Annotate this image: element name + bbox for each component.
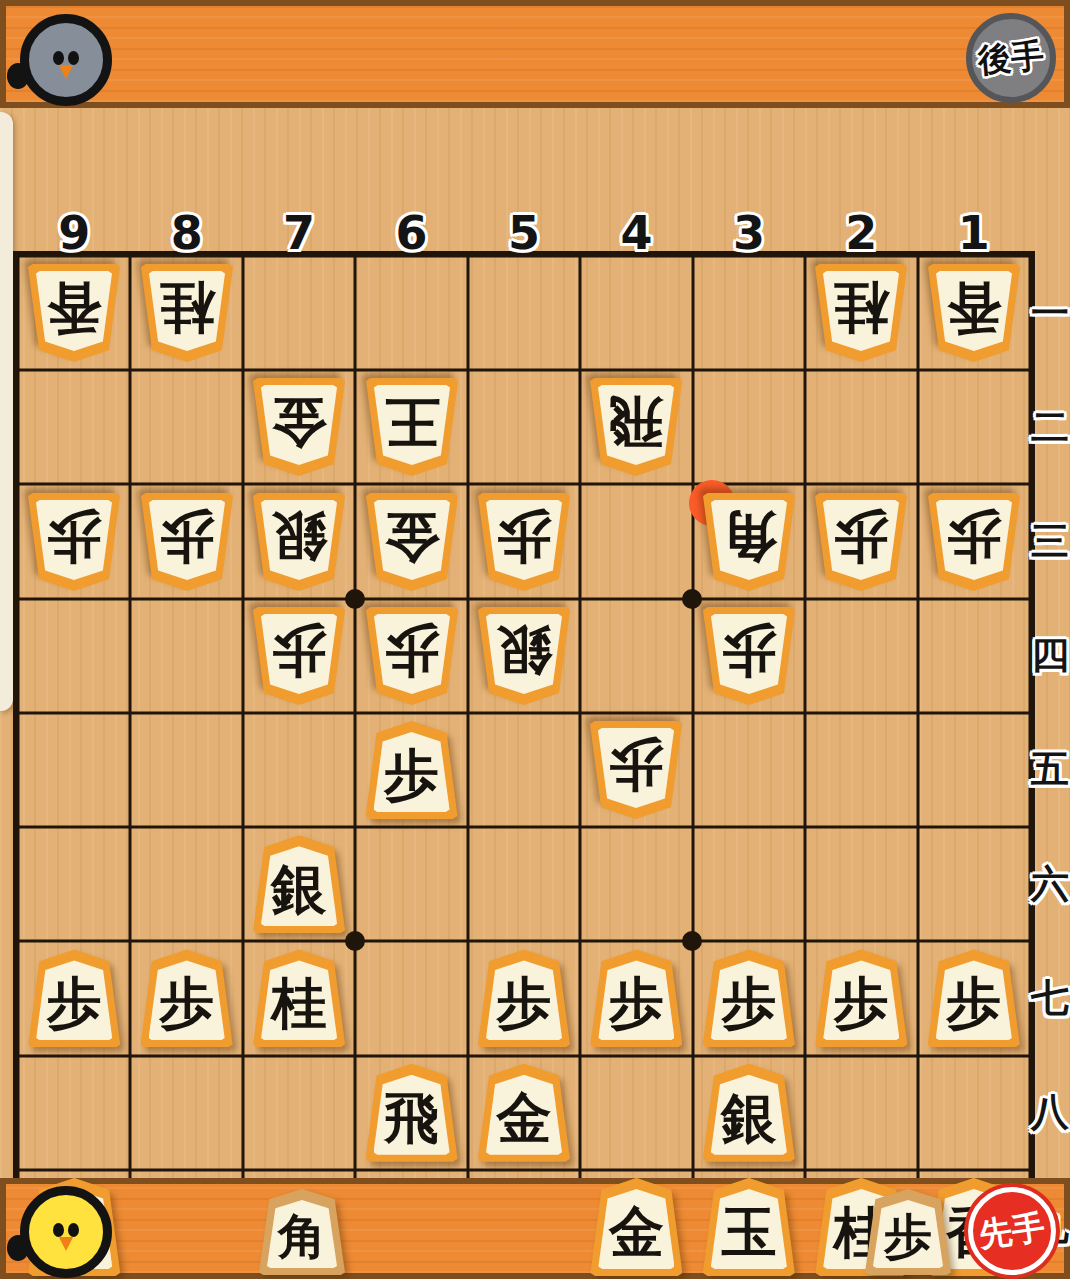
piece-kanji: 歩 [28, 487, 120, 585]
board-cell[interactable]: 金 [468, 1056, 580, 1170]
bird-eye-icon [68, 51, 79, 65]
piece-kanji: 歩 [865, 1194, 951, 1279]
piece-pawn-sente[interactable]: 歩 [590, 949, 682, 1047]
piece-kanji: 銀 [253, 487, 345, 585]
board-cell[interactable] [918, 713, 1030, 827]
piece-king-sente[interactable]: 玉 [703, 1178, 795, 1276]
board-cell[interactable]: 歩 [18, 484, 130, 598]
chick-tail [7, 1235, 29, 1261]
board-cell[interactable] [18, 713, 130, 827]
rank-label: 四 [1030, 599, 1070, 713]
file-label: 1 [918, 206, 1030, 260]
star-point [345, 589, 365, 609]
piece-kanji: 王 [366, 372, 458, 470]
board-cell[interactable] [130, 1056, 242, 1170]
star-point [682, 589, 702, 609]
piece-kanji: 歩 [703, 955, 795, 1053]
board-cell[interactable]: 桂 [243, 941, 355, 1055]
board-cell[interactable]: 歩 [918, 484, 1030, 598]
app-screen: 後手 987654321 一二三四五六七八九 香桂桂香金王飛歩歩銀金歩角歩歩歩歩… [0, 0, 1070, 1279]
board-cell[interactable] [468, 370, 580, 484]
board-cell[interactable]: 金 [355, 484, 467, 598]
board-cell[interactable] [580, 1056, 692, 1170]
board-cell[interactable]: 歩 [130, 484, 242, 598]
piece-rook-gote[interactable]: 飛 [590, 378, 682, 476]
piece-gold-sente[interactable]: 金 [590, 1178, 682, 1276]
board-cell[interactable] [693, 827, 805, 941]
piece-kanji: 飛 [590, 372, 682, 470]
board-cell[interactable]: 歩 [693, 599, 805, 713]
piece-pawn-sente[interactable]: 歩 [928, 949, 1020, 1047]
rank-labels: 一二三四五六七八九 [1030, 256, 1070, 1279]
piece-gold-gote[interactable]: 金 [366, 493, 458, 591]
board-cell[interactable] [18, 1056, 130, 1170]
board-cell[interactable]: 金 [580, 1170, 692, 1279]
piece-pawn-gote[interactable]: 歩 [253, 607, 345, 705]
piece-pawn-gote[interactable]: 歩 [928, 493, 1020, 591]
piece-lance-gote[interactable]: 香 [28, 264, 120, 362]
board-cell[interactable] [918, 599, 1030, 713]
board-cell[interactable] [580, 827, 692, 941]
piece-bishop-gote[interactable]: 角 [703, 493, 795, 591]
board-cell[interactable]: 玉 [693, 1170, 805, 1279]
piece-kanji: 歩 [478, 487, 570, 585]
board-cell[interactable] [805, 1056, 917, 1170]
piece-kanji: 桂 [253, 955, 345, 1053]
file-label: 4 [580, 206, 692, 260]
board-cell[interactable]: 桂 [130, 256, 242, 370]
piece-kanji: 飛 [366, 1070, 458, 1168]
board-cell[interactable] [355, 256, 467, 370]
piece-pawn-sente[interactable]: 歩 [703, 949, 795, 1047]
board-cell[interactable] [580, 599, 692, 713]
piece-kanji: 銀 [478, 601, 570, 699]
board-cell[interactable]: 金 [243, 370, 355, 484]
board-cell[interactable]: 歩 [580, 941, 692, 1055]
file-label: 2 [805, 206, 917, 260]
piece-silver-sente[interactable]: 銀 [703, 1064, 795, 1162]
board-cell[interactable]: 銀 [693, 1056, 805, 1170]
board-cell[interactable]: 飛 [355, 1056, 467, 1170]
piece-rook-sente[interactable]: 飛 [366, 1064, 458, 1162]
board-cell[interactable]: 銀 [243, 484, 355, 598]
file-label: 7 [243, 206, 355, 260]
piece-pawn-sente[interactable]: 歩 [28, 949, 120, 1047]
chick-eye-icon [68, 1223, 79, 1237]
board-cell[interactable]: 歩 [805, 484, 917, 598]
shogi-board: 香桂桂香金王飛歩歩銀金歩角歩歩歩歩銀歩歩歩銀歩歩桂歩歩歩歩歩飛金銀香金玉桂香 [13, 251, 1035, 1279]
piece-kanji: 歩 [366, 601, 458, 699]
piece-pawn-sente[interactable]: 歩 [478, 949, 570, 1047]
piece-kanji: 歩 [928, 487, 1020, 585]
board-cell[interactable]: 歩 [805, 941, 917, 1055]
board-cell[interactable] [468, 827, 580, 941]
board-cell[interactable] [918, 1056, 1030, 1170]
piece-silver-gote[interactable]: 銀 [253, 493, 345, 591]
board-cell[interactable]: 銀 [243, 827, 355, 941]
file-label: 6 [355, 206, 467, 260]
board-cell[interactable]: 歩 [355, 599, 467, 713]
piece-kanji: 歩 [815, 487, 907, 585]
piece-kanji: 香 [28, 258, 120, 356]
piece-kanji: 歩 [366, 727, 458, 825]
board-cell[interactable] [693, 370, 805, 484]
bird-eye-icon [53, 51, 64, 65]
board-cell[interactable]: 歩 [130, 941, 242, 1055]
rank-label: 六 [1030, 827, 1070, 941]
board-area: 987654321 一二三四五六七八九 香桂桂香金王飛歩歩銀金歩角歩歩歩歩銀歩歩… [0, 108, 1070, 1178]
rank-label: 一 [1030, 256, 1070, 370]
piece-pawn-gote[interactable]: 歩 [815, 493, 907, 591]
board-cell[interactable] [580, 484, 692, 598]
piece-pawn-gote[interactable]: 歩 [366, 607, 458, 705]
piece-kanji: 香 [928, 258, 1020, 356]
rank-label: 二 [1030, 370, 1070, 484]
board-cell[interactable] [243, 713, 355, 827]
gote-badge: 後手 [966, 13, 1056, 103]
file-labels: 987654321 [18, 206, 1030, 254]
rank-label: 八 [1030, 1056, 1070, 1170]
piece-kanji: 銀 [253, 841, 345, 939]
board-cell[interactable] [130, 713, 242, 827]
piece-kanji: 銀 [703, 1070, 795, 1168]
file-label: 3 [693, 206, 805, 260]
sente-hand-piece-bishop[interactable]: 角 [259, 1189, 345, 1275]
piece-kanji: 金 [366, 487, 458, 585]
board-cell[interactable] [918, 827, 1030, 941]
board-cell[interactable] [805, 827, 917, 941]
piece-gold-gote[interactable]: 金 [253, 378, 345, 476]
board-cell[interactable] [468, 256, 580, 370]
rank-label: 七 [1030, 941, 1070, 1055]
board-cell[interactable]: 桂 [805, 256, 917, 370]
piece-pawn-gote[interactable]: 歩 [703, 607, 795, 705]
piece-silver-gote[interactable]: 銀 [478, 607, 570, 705]
board-cell[interactable] [18, 599, 130, 713]
board-cell[interactable]: 王 [355, 370, 467, 484]
piece-knight-gote[interactable]: 桂 [815, 264, 907, 362]
side-panel-edge [0, 112, 13, 711]
board-cell[interactable]: 歩 [243, 599, 355, 713]
board-cell[interactable] [468, 713, 580, 827]
piece-knight-sente[interactable]: 桂 [253, 949, 345, 1047]
piece-kanji: 歩 [253, 601, 345, 699]
board-cell[interactable] [355, 941, 467, 1055]
board-cell[interactable] [693, 256, 805, 370]
piece-kanji: 歩 [141, 955, 233, 1053]
piece-kanji: 桂 [141, 258, 233, 356]
piece-pawn-sente[interactable]: 歩 [815, 949, 907, 1047]
chick-beak-icon [58, 1237, 75, 1251]
piece-pawn-gote[interactable]: 歩 [141, 493, 233, 591]
bird-tail [7, 63, 29, 89]
piece-lance-gote[interactable]: 香 [928, 264, 1020, 362]
file-label: 5 [468, 206, 580, 260]
gote-badge-label: 後手 [976, 33, 1046, 84]
star-point [682, 931, 702, 951]
bird-beak-icon [58, 65, 75, 79]
sente-hand-piece-pawn[interactable]: 歩 [865, 1189, 951, 1275]
board-cell[interactable] [693, 713, 805, 827]
piece-pawn-sente[interactable]: 歩 [141, 949, 233, 1047]
board-cell[interactable]: 歩 [918, 941, 1030, 1055]
piece-kanji: 角 [703, 487, 795, 585]
board-cell[interactable]: 歩 [468, 941, 580, 1055]
sente-chick-avatar-icon [20, 1186, 112, 1278]
board-cell[interactable] [805, 713, 917, 827]
board-cell[interactable] [805, 370, 917, 484]
piece-kanji: 歩 [590, 955, 682, 1053]
piece-kanji: 角 [259, 1194, 345, 1279]
sente-badge: 先手 [968, 1187, 1056, 1275]
board-cell[interactable] [130, 827, 242, 941]
board-cell[interactable]: 歩 [355, 713, 467, 827]
board-cell[interactable] [18, 827, 130, 941]
board-cell[interactable]: 香 [18, 256, 130, 370]
file-label: 8 [130, 206, 242, 260]
piece-kanji: 歩 [703, 601, 795, 699]
sente-badge-label: 先手 [976, 1204, 1048, 1258]
piece-pawn-sente[interactable]: 歩 [366, 721, 458, 819]
board-cell[interactable] [18, 370, 130, 484]
rank-label: 三 [1030, 484, 1070, 598]
piece-kanji: 歩 [815, 955, 907, 1053]
file-label: 9 [18, 206, 130, 260]
piece-kanji: 金 [478, 1070, 570, 1168]
board-cell[interactable]: 香 [918, 256, 1030, 370]
gote-bird-avatar-icon [20, 14, 112, 106]
board-cell[interactable] [130, 370, 242, 484]
star-point [345, 931, 365, 951]
board-cell[interactable]: 角 [693, 484, 805, 598]
piece-kanji: 歩 [590, 715, 682, 813]
board-cell[interactable] [355, 827, 467, 941]
board-cell[interactable] [130, 599, 242, 713]
piece-pawn-gote[interactable]: 歩 [28, 493, 120, 591]
top-bar: 後手 [0, 0, 1070, 108]
piece-kanji: 金 [590, 1184, 682, 1279]
chick-eye-icon [53, 1223, 64, 1237]
board-cell[interactable] [918, 370, 1030, 484]
board-cell[interactable]: 歩 [580, 713, 692, 827]
board-cell[interactable] [243, 256, 355, 370]
piece-king-gote[interactable]: 王 [366, 378, 458, 476]
board-cell[interactable]: 飛 [580, 370, 692, 484]
board-cell[interactable]: 歩 [468, 484, 580, 598]
piece-kanji: 金 [253, 372, 345, 470]
piece-kanji: 歩 [928, 955, 1020, 1053]
piece-kanji: 歩 [478, 955, 570, 1053]
board-cell[interactable] [243, 1056, 355, 1170]
piece-kanji: 歩 [28, 955, 120, 1053]
board-cell[interactable] [580, 256, 692, 370]
piece-kanji: 桂 [815, 258, 907, 356]
piece-pawn-gote[interactable]: 歩 [590, 721, 682, 819]
piece-knight-gote[interactable]: 桂 [141, 264, 233, 362]
piece-pawn-gote[interactable]: 歩 [478, 493, 570, 591]
bottom-bar: 角歩 先手 [0, 1178, 1070, 1279]
piece-kanji: 歩 [141, 487, 233, 585]
rank-label: 五 [1030, 713, 1070, 827]
board-cell[interactable]: 歩 [693, 941, 805, 1055]
board-cell[interactable] [805, 599, 917, 713]
board-cell[interactable]: 歩 [18, 941, 130, 1055]
piece-gold-sente[interactable]: 金 [478, 1064, 570, 1162]
piece-kanji: 玉 [703, 1184, 795, 1279]
piece-silver-sente[interactable]: 銀 [253, 835, 345, 933]
board-cell[interactable]: 銀 [468, 599, 580, 713]
